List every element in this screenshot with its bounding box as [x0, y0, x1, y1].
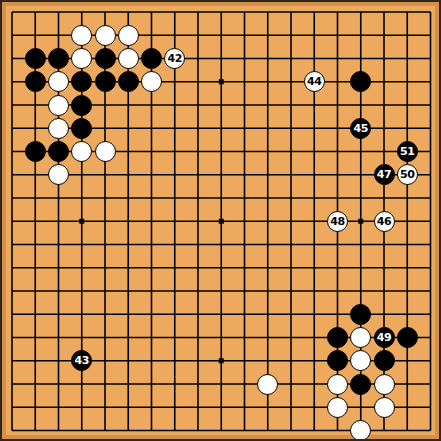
intersection	[210, 140, 233, 163]
intersection	[279, 210, 302, 233]
intersection	[186, 163, 209, 186]
intersection	[186, 372, 209, 395]
intersection	[419, 140, 441, 163]
intersection	[117, 279, 140, 302]
stone-black-move-51: 51	[397, 141, 418, 162]
intersection	[419, 326, 441, 349]
intersection	[0, 233, 23, 256]
intersection	[372, 396, 395, 419]
intersection	[210, 117, 233, 140]
intersection	[349, 163, 372, 186]
intersection	[279, 372, 302, 395]
intersection	[163, 140, 186, 163]
intersection	[256, 396, 279, 419]
intersection	[419, 349, 441, 372]
intersection	[349, 70, 372, 93]
intersection	[279, 233, 302, 256]
stone-black	[48, 48, 69, 69]
stone-white	[48, 71, 69, 92]
intersection	[24, 279, 47, 302]
intersection	[24, 372, 47, 395]
intersection	[303, 326, 326, 349]
intersection	[303, 24, 326, 47]
intersection	[163, 233, 186, 256]
intersection	[279, 0, 302, 23]
intersection	[256, 140, 279, 163]
intersection	[117, 396, 140, 419]
intersection	[117, 93, 140, 116]
intersection	[303, 47, 326, 70]
intersection	[210, 93, 233, 116]
stone-white	[350, 350, 371, 371]
intersection	[256, 233, 279, 256]
intersection: 44	[303, 70, 326, 93]
intersection	[326, 349, 349, 372]
intersection	[256, 303, 279, 326]
intersection	[210, 233, 233, 256]
intersection	[326, 326, 349, 349]
intersection	[396, 419, 419, 441]
intersection	[0, 0, 23, 23]
intersection	[419, 0, 441, 23]
intersection	[24, 70, 47, 93]
intersection	[326, 24, 349, 47]
intersection	[303, 372, 326, 395]
intersection	[256, 372, 279, 395]
intersection	[256, 24, 279, 47]
intersection	[210, 349, 233, 372]
intersection	[396, 372, 419, 395]
intersection	[396, 303, 419, 326]
intersection	[349, 349, 372, 372]
intersection	[326, 256, 349, 279]
intersection	[140, 372, 163, 395]
intersection	[0, 419, 23, 441]
intersection	[279, 396, 302, 419]
intersection	[0, 372, 23, 395]
intersection	[279, 70, 302, 93]
intersection	[163, 256, 186, 279]
stone-white-move-42: 42	[164, 48, 185, 69]
intersection	[47, 396, 70, 419]
intersection	[70, 93, 93, 116]
intersection	[93, 396, 116, 419]
intersection	[93, 93, 116, 116]
stone-black	[118, 71, 139, 92]
intersection	[233, 47, 256, 70]
intersection	[419, 396, 441, 419]
intersection	[372, 233, 395, 256]
intersection	[24, 326, 47, 349]
intersection	[47, 163, 70, 186]
intersection	[419, 419, 441, 441]
intersection	[210, 303, 233, 326]
intersection: 50	[396, 163, 419, 186]
intersection	[24, 256, 47, 279]
intersection	[349, 186, 372, 209]
intersection	[186, 93, 209, 116]
intersection	[186, 140, 209, 163]
intersection	[70, 0, 93, 23]
intersection	[210, 0, 233, 23]
intersection	[117, 47, 140, 70]
intersection	[326, 93, 349, 116]
intersection	[372, 0, 395, 23]
intersection	[279, 163, 302, 186]
intersection	[140, 186, 163, 209]
stone-black-move-47: 47	[374, 164, 395, 185]
intersection	[419, 210, 441, 233]
intersection	[70, 303, 93, 326]
intersection	[396, 279, 419, 302]
intersection: 45	[349, 117, 372, 140]
intersection	[396, 233, 419, 256]
stone-black	[25, 71, 46, 92]
intersection	[93, 210, 116, 233]
stone-white	[71, 48, 92, 69]
intersection	[303, 349, 326, 372]
intersection	[47, 303, 70, 326]
intersection	[117, 303, 140, 326]
intersection	[140, 47, 163, 70]
intersection	[140, 396, 163, 419]
intersection	[0, 47, 23, 70]
intersection	[163, 303, 186, 326]
intersection	[47, 140, 70, 163]
intersection	[419, 47, 441, 70]
intersection	[0, 186, 23, 209]
intersection	[372, 303, 395, 326]
stone-white-move-48: 48	[327, 211, 348, 232]
intersection	[140, 349, 163, 372]
intersection	[47, 70, 70, 93]
intersection	[70, 396, 93, 419]
intersection	[163, 419, 186, 441]
intersection	[140, 140, 163, 163]
intersection	[117, 186, 140, 209]
intersection	[396, 70, 419, 93]
intersection	[24, 349, 47, 372]
intersection	[419, 372, 441, 395]
intersection	[396, 93, 419, 116]
intersection	[47, 349, 70, 372]
intersection	[303, 279, 326, 302]
intersection	[256, 419, 279, 441]
intersection	[419, 24, 441, 47]
intersection	[256, 117, 279, 140]
stone-white	[48, 95, 69, 116]
stone-white	[327, 397, 348, 418]
intersection: 43	[70, 349, 93, 372]
intersection	[24, 419, 47, 441]
stone-white	[95, 25, 116, 46]
intersection	[279, 303, 302, 326]
intersection	[70, 117, 93, 140]
intersection	[24, 163, 47, 186]
intersection	[372, 24, 395, 47]
stone-black	[141, 48, 162, 69]
intersection	[70, 256, 93, 279]
intersection	[0, 117, 23, 140]
intersection	[210, 70, 233, 93]
intersection	[326, 372, 349, 395]
intersection	[70, 24, 93, 47]
intersection	[233, 233, 256, 256]
intersection	[93, 372, 116, 395]
intersection	[0, 326, 23, 349]
intersection	[186, 256, 209, 279]
intersection	[279, 256, 302, 279]
stone-white	[257, 374, 278, 395]
intersection	[256, 349, 279, 372]
intersection	[303, 0, 326, 23]
stone-black	[25, 141, 46, 162]
intersection	[349, 279, 372, 302]
intersection	[303, 186, 326, 209]
intersection	[24, 210, 47, 233]
intersection	[140, 233, 163, 256]
intersection	[47, 233, 70, 256]
intersection	[117, 256, 140, 279]
intersection	[186, 349, 209, 372]
intersection	[419, 256, 441, 279]
intersection	[186, 210, 209, 233]
intersection	[233, 24, 256, 47]
intersection	[372, 93, 395, 116]
stone-white	[118, 48, 139, 69]
intersection	[419, 303, 441, 326]
stone-black-move-49: 49	[374, 327, 395, 348]
intersection	[93, 326, 116, 349]
intersection	[47, 24, 70, 47]
intersection	[186, 24, 209, 47]
intersection	[233, 70, 256, 93]
intersection	[256, 326, 279, 349]
intersection	[70, 326, 93, 349]
intersection	[186, 303, 209, 326]
intersection	[419, 117, 441, 140]
intersection	[396, 117, 419, 140]
intersection	[303, 233, 326, 256]
stone-black-move-45: 45	[350, 118, 371, 139]
intersection	[163, 396, 186, 419]
intersection	[24, 186, 47, 209]
intersection	[326, 419, 349, 441]
intersection	[117, 24, 140, 47]
intersection	[233, 419, 256, 441]
intersection	[117, 372, 140, 395]
intersection	[326, 279, 349, 302]
intersection	[93, 279, 116, 302]
intersection	[70, 372, 93, 395]
intersection	[396, 349, 419, 372]
stone-white	[350, 420, 371, 441]
intersection	[210, 47, 233, 70]
stone-black	[397, 327, 418, 348]
intersection	[372, 70, 395, 93]
intersection	[303, 396, 326, 419]
stone-black	[95, 71, 116, 92]
intersection	[372, 117, 395, 140]
intersection	[70, 140, 93, 163]
intersection	[24, 0, 47, 23]
intersection	[93, 117, 116, 140]
intersection	[140, 70, 163, 93]
intersection	[372, 349, 395, 372]
intersection	[93, 24, 116, 47]
intersection	[140, 279, 163, 302]
intersection	[233, 396, 256, 419]
intersection	[233, 256, 256, 279]
intersection	[163, 70, 186, 93]
intersection	[233, 349, 256, 372]
intersection	[70, 279, 93, 302]
intersection	[0, 24, 23, 47]
intersection	[210, 419, 233, 441]
intersection	[24, 140, 47, 163]
intersection	[210, 24, 233, 47]
intersection	[256, 0, 279, 23]
intersection	[396, 326, 419, 349]
intersection	[93, 163, 116, 186]
stone-white	[95, 141, 116, 162]
intersection	[279, 186, 302, 209]
intersection	[117, 0, 140, 23]
intersection	[24, 24, 47, 47]
stone-white	[71, 141, 92, 162]
intersection	[186, 419, 209, 441]
intersection	[233, 372, 256, 395]
intersection	[326, 117, 349, 140]
intersection	[256, 163, 279, 186]
intersection	[0, 349, 23, 372]
stone-white-move-44: 44	[304, 71, 325, 92]
stone-black	[327, 327, 348, 348]
intersection: 48	[326, 210, 349, 233]
intersection	[279, 140, 302, 163]
intersection: 46	[372, 210, 395, 233]
intersection	[210, 163, 233, 186]
intersection	[140, 419, 163, 441]
intersection	[326, 303, 349, 326]
intersection	[70, 233, 93, 256]
intersection	[326, 233, 349, 256]
intersection	[117, 210, 140, 233]
intersection	[349, 210, 372, 233]
stone-black	[327, 350, 348, 371]
intersection	[396, 0, 419, 23]
intersection	[0, 396, 23, 419]
intersection	[326, 70, 349, 93]
intersection	[396, 24, 419, 47]
stone-black	[71, 95, 92, 116]
intersection	[326, 186, 349, 209]
intersection	[349, 93, 372, 116]
intersection	[349, 256, 372, 279]
stone-white	[374, 397, 395, 418]
intersection	[0, 303, 23, 326]
intersection	[186, 117, 209, 140]
intersection	[210, 256, 233, 279]
intersection	[140, 0, 163, 23]
intersection	[70, 163, 93, 186]
intersection	[233, 93, 256, 116]
intersection	[163, 372, 186, 395]
intersection	[396, 47, 419, 70]
intersection	[47, 0, 70, 23]
intersection	[186, 326, 209, 349]
intersection	[140, 117, 163, 140]
stone-white	[71, 25, 92, 46]
intersection	[186, 47, 209, 70]
intersection	[163, 24, 186, 47]
intersection	[279, 24, 302, 47]
intersection: 51	[396, 140, 419, 163]
stone-black	[71, 71, 92, 92]
intersection	[70, 186, 93, 209]
intersection	[349, 140, 372, 163]
intersection	[93, 186, 116, 209]
intersection	[372, 372, 395, 395]
intersection	[256, 186, 279, 209]
intersection	[0, 279, 23, 302]
intersection	[233, 279, 256, 302]
intersection	[233, 140, 256, 163]
intersection	[210, 372, 233, 395]
stone-black	[71, 118, 92, 139]
intersection	[163, 0, 186, 23]
intersection	[0, 70, 23, 93]
intersection	[349, 303, 372, 326]
intersection	[70, 419, 93, 441]
intersection	[349, 47, 372, 70]
intersection	[396, 186, 419, 209]
intersection	[93, 349, 116, 372]
intersection	[210, 210, 233, 233]
stone-white	[48, 164, 69, 185]
stone-black	[350, 304, 371, 325]
intersection	[303, 419, 326, 441]
intersection	[303, 303, 326, 326]
stone-white	[118, 25, 139, 46]
intersection	[419, 279, 441, 302]
intersection	[24, 117, 47, 140]
intersection	[256, 210, 279, 233]
intersection	[47, 256, 70, 279]
intersection	[279, 117, 302, 140]
intersection	[186, 233, 209, 256]
intersection	[47, 93, 70, 116]
stone-white-move-46: 46	[374, 211, 395, 232]
intersection	[233, 186, 256, 209]
intersection	[419, 70, 441, 93]
intersection	[303, 117, 326, 140]
intersection	[140, 256, 163, 279]
intersection	[372, 140, 395, 163]
stone-black	[350, 71, 371, 92]
intersection	[0, 163, 23, 186]
intersection	[372, 279, 395, 302]
intersection	[210, 186, 233, 209]
intersection	[163, 279, 186, 302]
intersection	[419, 233, 441, 256]
intersection	[140, 93, 163, 116]
intersection	[210, 326, 233, 349]
intersection	[163, 326, 186, 349]
intersection	[349, 326, 372, 349]
intersection	[233, 117, 256, 140]
intersection	[163, 210, 186, 233]
